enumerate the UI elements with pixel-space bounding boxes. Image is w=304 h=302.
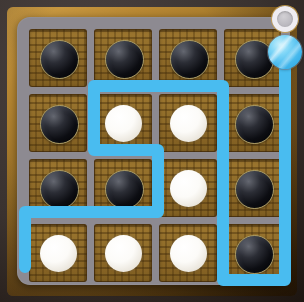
white-stone — [105, 235, 142, 272]
black-stone — [105, 170, 144, 209]
cell-r4c4 — [224, 224, 282, 282]
cell-r3c3 — [159, 159, 217, 217]
cell-r4c1 — [29, 224, 87, 282]
black-stone — [105, 40, 144, 79]
cell-r1c2 — [94, 29, 152, 87]
cell-r4c2 — [94, 224, 152, 282]
black-stone — [235, 40, 274, 79]
black-stone — [40, 170, 79, 209]
black-stone — [40, 40, 79, 79]
cell-r3c4 — [224, 159, 282, 217]
line-drag-handle-icon[interactable] — [268, 35, 302, 69]
black-stone — [235, 235, 274, 274]
game-root — [0, 0, 304, 302]
white-stone — [170, 235, 207, 272]
black-stone — [235, 105, 274, 144]
cell-r3c1 — [29, 159, 87, 217]
puzzle-board[interactable] — [17, 17, 287, 285]
cell-r2c3 — [159, 94, 217, 152]
white-stone — [170, 170, 207, 207]
cell-grid — [29, 29, 282, 282]
white-stone — [170, 105, 207, 142]
cell-r4c3 — [159, 224, 217, 282]
cell-r1c1 — [29, 29, 87, 87]
cell-r2c4 — [224, 94, 282, 152]
white-stone — [40, 235, 77, 272]
cell-r2c2 — [94, 94, 152, 152]
black-stone — [170, 40, 209, 79]
cell-r2c1 — [29, 94, 87, 152]
black-stone — [235, 170, 274, 209]
cell-r1c3 — [159, 29, 217, 87]
black-stone — [40, 105, 79, 144]
line-start-socket-icon — [272, 6, 298, 32]
white-stone — [105, 105, 142, 142]
cell-r3c2 — [94, 159, 152, 217]
